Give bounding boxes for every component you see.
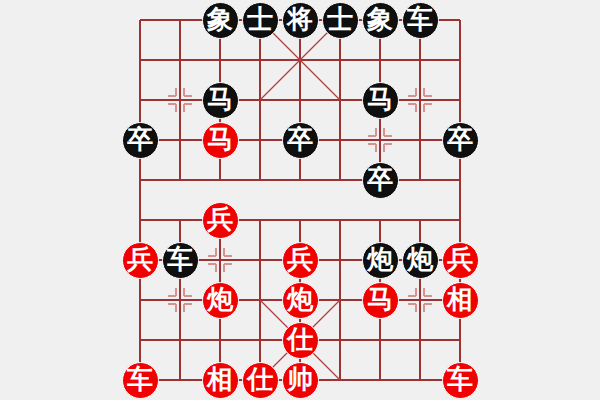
piece-red-horse[interactable]: 马 <box>362 282 399 319</box>
piece-glyph: 卒 <box>367 166 393 192</box>
piece-red-elephant[interactable]: 相 <box>202 362 239 399</box>
piece-red-advisor[interactable]: 仕 <box>242 362 279 399</box>
piece-red-soldier[interactable]: 兵 <box>282 242 319 279</box>
piece-glyph: 车 <box>447 366 473 392</box>
piece-glyph: 兵 <box>287 246 313 272</box>
piece-black-elephant[interactable]: 象 <box>362 2 399 39</box>
piece-black-general[interactable]: 将 <box>282 2 319 39</box>
piece-red-general[interactable]: 帅 <box>282 362 319 399</box>
piece-glyph: 车 <box>167 246 193 272</box>
piece-glyph: 炮 <box>287 286 313 312</box>
piece-black-soldier[interactable]: 卒 <box>122 122 159 159</box>
piece-glyph: 兵 <box>447 246 473 272</box>
piece-black-advisor[interactable]: 士 <box>242 2 279 39</box>
piece-black-cannon[interactable]: 炮 <box>362 242 399 279</box>
piece-black-soldier[interactable]: 卒 <box>362 162 399 199</box>
piece-glyph: 士 <box>247 6 273 32</box>
piece-black-soldier[interactable]: 卒 <box>282 122 319 159</box>
piece-glyph: 相 <box>207 366 233 392</box>
piece-glyph: 仕 <box>287 326 313 352</box>
piece-red-chariot[interactable]: 车 <box>122 362 159 399</box>
piece-glyph: 马 <box>207 86 233 112</box>
piece-red-chariot[interactable]: 车 <box>442 362 479 399</box>
piece-glyph: 车 <box>407 6 433 32</box>
piece-red-soldier[interactable]: 兵 <box>122 242 159 279</box>
piece-glyph: 卒 <box>287 126 313 152</box>
piece-glyph: 兵 <box>207 206 233 232</box>
piece-red-advisor[interactable]: 仕 <box>282 322 319 359</box>
piece-glyph: 车 <box>127 366 153 392</box>
piece-glyph: 炮 <box>407 246 433 272</box>
piece-red-cannon[interactable]: 炮 <box>202 282 239 319</box>
piece-black-chariot[interactable]: 车 <box>402 2 439 39</box>
piece-glyph: 仕 <box>247 366 273 392</box>
piece-glyph: 兵 <box>127 246 153 272</box>
piece-glyph: 相 <box>447 286 473 312</box>
piece-glyph: 将 <box>287 6 313 32</box>
piece-red-horse[interactable]: 马 <box>202 122 239 159</box>
piece-glyph: 象 <box>367 6 393 32</box>
piece-glyph: 马 <box>367 286 393 312</box>
piece-red-cannon[interactable]: 炮 <box>282 282 319 319</box>
xiangqi-board: 象士将士象车马马卒马卒卒卒兵兵车兵炮炮兵炮炮马相仕车相仕帅车 <box>0 0 600 400</box>
piece-glyph: 炮 <box>207 286 233 312</box>
piece-red-elephant[interactable]: 相 <box>442 282 479 319</box>
piece-black-horse[interactable]: 马 <box>202 82 239 119</box>
piece-glyph: 卒 <box>447 126 473 152</box>
piece-black-cannon[interactable]: 炮 <box>402 242 439 279</box>
piece-glyph: 炮 <box>367 246 393 272</box>
piece-black-soldier[interactable]: 卒 <box>442 122 479 159</box>
piece-glyph: 象 <box>207 6 233 32</box>
piece-black-horse[interactable]: 马 <box>362 82 399 119</box>
piece-black-chariot[interactable]: 车 <box>162 242 199 279</box>
piece-glyph: 士 <box>327 6 353 32</box>
piece-black-elephant[interactable]: 象 <box>202 2 239 39</box>
piece-glyph: 卒 <box>127 126 153 152</box>
pieces-layer: 象士将士象车马马卒马卒卒卒兵兵车兵炮炮兵炮炮马相仕车相仕帅车 <box>0 0 600 400</box>
piece-red-soldier[interactable]: 兵 <box>442 242 479 279</box>
piece-glyph: 马 <box>367 86 393 112</box>
piece-glyph: 马 <box>207 126 233 152</box>
piece-glyph: 帅 <box>287 366 313 392</box>
piece-red-soldier[interactable]: 兵 <box>202 202 239 239</box>
piece-black-advisor[interactable]: 士 <box>322 2 359 39</box>
